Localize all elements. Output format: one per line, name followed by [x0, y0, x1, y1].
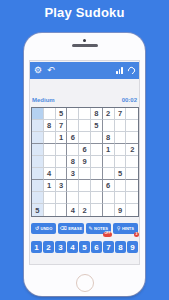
sudoku-cell[interactable] [79, 132, 91, 144]
numpad-button-9[interactable]: 9 [127, 241, 138, 253]
sudoku-cell[interactable] [67, 180, 79, 192]
sudoku-cell[interactable] [91, 180, 103, 192]
sudoku-cell[interactable] [126, 156, 138, 168]
sudoku-cell[interactable] [79, 192, 91, 204]
sudoku-cell[interactable] [115, 132, 127, 144]
undo-arrow-icon[interactable]: ↶ [47, 66, 55, 75]
sudoku-cell[interactable] [79, 168, 91, 180]
sudoku-cell[interactable] [115, 144, 127, 156]
theme-palette-icon[interactable] [127, 66, 137, 76]
sudoku-cell[interactable] [91, 132, 103, 144]
camera-dot-icon [83, 39, 86, 42]
toolbar-right-group [116, 67, 135, 74]
numpad-button-6[interactable]: 6 [91, 241, 102, 253]
sudoku-cell[interactable] [126, 192, 138, 204]
sudoku-cell[interactable] [44, 192, 56, 204]
undo-button[interactable]: ↺ UNDO [31, 223, 56, 234]
phone-mockup: ⚙ ↶ Medium 00:02 58278751686128943513654… [24, 33, 145, 296]
numpad-button-5[interactable]: 5 [79, 241, 90, 253]
sudoku-cell[interactable] [103, 156, 115, 168]
sudoku-cell[interactable] [79, 180, 91, 192]
sudoku-cell[interactable]: 8 [91, 108, 103, 120]
sudoku-cell[interactable]: 2 [126, 144, 138, 156]
numpad-button-4[interactable]: 4 [67, 241, 78, 253]
sudoku-cell[interactable]: 4 [67, 204, 79, 216]
sudoku-cell[interactable]: 6 [103, 180, 115, 192]
sudoku-cell[interactable] [115, 156, 127, 168]
pencil-icon: ✎ [88, 226, 92, 231]
sudoku-cell[interactable] [126, 108, 138, 120]
number-pad: 123456789 [31, 241, 138, 253]
sudoku-cell[interactable] [126, 180, 138, 192]
sudoku-cell[interactable] [56, 156, 68, 168]
sudoku-cell[interactable] [32, 144, 44, 156]
sudoku-cell[interactable] [91, 168, 103, 180]
sudoku-cell[interactable] [67, 120, 79, 132]
sudoku-cell[interactable]: 6 [67, 132, 79, 144]
sudoku-cell[interactable] [32, 180, 44, 192]
sudoku-cell[interactable] [44, 132, 56, 144]
sudoku-cell[interactable]: 2 [79, 204, 91, 216]
sudoku-cell[interactable] [67, 108, 79, 120]
sudoku-cell[interactable]: 8 [44, 120, 56, 132]
numpad-button-1[interactable]: 1 [31, 241, 42, 253]
hints-count-badge: 3 [134, 232, 139, 237]
sudoku-cell[interactable]: 2 [103, 108, 115, 120]
sudoku-cell[interactable] [79, 108, 91, 120]
notes-off-badge: OFF [103, 232, 111, 237]
sudoku-cell[interactable] [91, 156, 103, 168]
hints-button-label: HINTS [122, 226, 134, 231]
sudoku-cell[interactable]: 1 [44, 180, 56, 192]
sudoku-cell[interactable] [91, 192, 103, 204]
sudoku-cell[interactable] [126, 120, 138, 132]
sudoku-cell[interactable]: 3 [67, 168, 79, 180]
sudoku-cell[interactable]: 8 [103, 132, 115, 144]
numpad-button-8[interactable]: 8 [115, 241, 126, 253]
stats-bars-icon[interactable] [116, 67, 123, 74]
settings-gear-icon[interactable]: ⚙ [34, 66, 42, 75]
sudoku-cell[interactable]: 9 [79, 156, 91, 168]
sudoku-cell[interactable]: 7 [115, 108, 127, 120]
sudoku-cell[interactable]: 8 [67, 156, 79, 168]
phone-screen: ⚙ ↶ Medium 00:02 58278751686128943513654… [29, 60, 140, 265]
sudoku-cell[interactable] [32, 132, 44, 144]
sudoku-cell[interactable] [67, 192, 79, 204]
sudoku-cell[interactable] [103, 192, 115, 204]
erase-button[interactable]: ⌫ ERASE [58, 223, 83, 234]
sudoku-cell[interactable]: 5 [115, 168, 127, 180]
eraser-icon: ⌫ [60, 226, 67, 231]
sudoku-cell[interactable]: 7 [56, 120, 68, 132]
sudoku-cell[interactable] [126, 132, 138, 144]
page-title: Play Sudoku [0, 5, 169, 20]
sudoku-cell[interactable] [32, 108, 44, 120]
numpad-button-3[interactable]: 3 [55, 241, 66, 253]
sudoku-cell[interactable] [32, 192, 44, 204]
timer-label: 00:02 [122, 97, 137, 103]
sudoku-cell[interactable]: 1 [56, 132, 68, 144]
app-toolbar: ⚙ ↶ [30, 62, 139, 79]
sudoku-cell[interactable] [32, 120, 44, 132]
erase-button-label: ERASE [68, 226, 82, 231]
notes-button[interactable]: ✎ NOTES OFF [86, 223, 111, 234]
sudoku-cell[interactable] [56, 168, 68, 180]
status-row: Medium 00:02 [32, 97, 137, 103]
sudoku-cell[interactable] [126, 204, 138, 216]
sudoku-cell[interactable] [91, 144, 103, 156]
sudoku-cell[interactable] [44, 204, 56, 216]
sudoku-cell[interactable] [44, 108, 56, 120]
sudoku-cell[interactable] [56, 144, 68, 156]
sudoku-cell[interactable] [67, 144, 79, 156]
sudoku-cell[interactable] [115, 192, 127, 204]
sudoku-cell[interactable] [44, 156, 56, 168]
undo-icon: ↺ [35, 226, 39, 231]
hints-button[interactable]: ♀ HINTS 3 [113, 223, 138, 234]
lightbulb-icon: ♀ [117, 226, 121, 231]
sudoku-cell[interactable]: 3 [56, 180, 68, 192]
sudoku-cell[interactable]: 5 [56, 108, 68, 120]
sudoku-cell[interactable] [103, 168, 115, 180]
sudoku-cell[interactable] [56, 204, 68, 216]
difficulty-label: Medium [32, 97, 55, 103]
sudoku-cell[interactable]: 5 [91, 120, 103, 132]
sudoku-cell[interactable] [32, 168, 44, 180]
sudoku-cell[interactable] [103, 120, 115, 132]
sudoku-cell[interactable] [115, 180, 127, 192]
numpad-button-7[interactable]: 7 [103, 241, 114, 253]
undo-button-label: UNDO [41, 226, 53, 231]
action-buttons-row: ↺ UNDO ⌫ ERASE ✎ NOTES OFF ♀ HINTS 3 [31, 223, 138, 234]
sudoku-cell[interactable]: 9 [115, 204, 127, 216]
sudoku-cell[interactable]: 1 [103, 144, 115, 156]
sudoku-cell[interactable]: 4 [44, 168, 56, 180]
sudoku-cell[interactable] [56, 192, 68, 204]
sudoku-cell[interactable]: 5 [32, 204, 44, 216]
home-button[interactable] [76, 274, 94, 292]
sudoku-cell[interactable]: 6 [79, 144, 91, 156]
sudoku-cell[interactable] [32, 156, 44, 168]
sudoku-board: 5827875168612894351365429 [31, 107, 139, 217]
sudoku-cell[interactable] [103, 204, 115, 216]
sudoku-cell[interactable] [79, 120, 91, 132]
sudoku-cell[interactable] [126, 168, 138, 180]
earpiece-speaker [72, 44, 98, 47]
sudoku-cell[interactable] [91, 204, 103, 216]
numpad-button-2[interactable]: 2 [43, 241, 54, 253]
sudoku-cell[interactable] [44, 144, 56, 156]
sudoku-cell[interactable] [115, 120, 127, 132]
